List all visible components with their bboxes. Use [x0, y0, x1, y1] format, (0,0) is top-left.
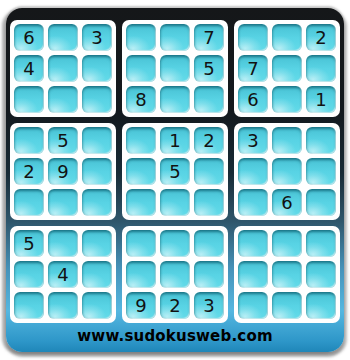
cell-r9c9[interactable] [306, 292, 336, 319]
cell-r5c5[interactable]: 5 [160, 158, 190, 185]
cell-r4c9[interactable] [306, 127, 336, 154]
cell-r7c9[interactable] [306, 230, 336, 257]
box-3: 2761 [234, 20, 340, 117]
cell-r6c1[interactable] [14, 189, 44, 216]
cell-r2c1[interactable]: 4 [14, 55, 44, 82]
cell-r8c1[interactable] [14, 261, 44, 288]
cell-r7c1[interactable]: 5 [14, 230, 44, 257]
board-frame: 63475827615291253654923 www.sudokusweb.c… [6, 8, 344, 352]
cell-r2c9[interactable] [306, 55, 336, 82]
cell-r5c3[interactable] [82, 158, 112, 185]
cell-r6c6[interactable] [194, 189, 224, 216]
cell-r5c9[interactable] [306, 158, 336, 185]
cell-r4c1[interactable] [14, 127, 44, 154]
cell-r1c5[interactable] [160, 24, 190, 51]
cell-r3c8[interactable] [272, 86, 302, 113]
cell-r1c6[interactable]: 7 [194, 24, 224, 51]
box-8: 923 [122, 226, 228, 323]
cell-r8c7[interactable] [238, 261, 268, 288]
cell-r8c2[interactable]: 4 [48, 261, 78, 288]
cell-r6c5[interactable] [160, 189, 190, 216]
cell-r8c3[interactable] [82, 261, 112, 288]
cell-r9c4[interactable]: 9 [126, 292, 156, 319]
cell-r6c3[interactable] [82, 189, 112, 216]
cell-r7c5[interactable] [160, 230, 190, 257]
cell-r9c2[interactable] [48, 292, 78, 319]
cell-r1c4[interactable] [126, 24, 156, 51]
cell-r4c3[interactable] [82, 127, 112, 154]
cell-r9c3[interactable] [82, 292, 112, 319]
cell-r7c7[interactable] [238, 230, 268, 257]
cell-r4c2[interactable]: 5 [48, 127, 78, 154]
cell-r1c8[interactable] [272, 24, 302, 51]
cell-r9c1[interactable] [14, 292, 44, 319]
cell-r5c8[interactable] [272, 158, 302, 185]
cell-r2c5[interactable] [160, 55, 190, 82]
box-5: 125 [122, 123, 228, 220]
cell-r3c7[interactable]: 6 [238, 86, 268, 113]
watermark-text: www.sudokusweb.com [6, 323, 344, 352]
cell-r7c3[interactable] [82, 230, 112, 257]
cell-r8c8[interactable] [272, 261, 302, 288]
box-2: 758 [122, 20, 228, 117]
cell-r9c5[interactable]: 2 [160, 292, 190, 319]
cell-r6c2[interactable] [48, 189, 78, 216]
cell-r4c7[interactable]: 3 [238, 127, 268, 154]
cell-r5c7[interactable] [238, 158, 268, 185]
cell-r7c6[interactable] [194, 230, 224, 257]
cell-r4c5[interactable]: 1 [160, 127, 190, 154]
cell-r2c4[interactable] [126, 55, 156, 82]
cell-r2c6[interactable]: 5 [194, 55, 224, 82]
cell-r5c2[interactable]: 9 [48, 158, 78, 185]
cell-r3c3[interactable] [82, 86, 112, 113]
cell-r9c6[interactable]: 3 [194, 292, 224, 319]
box-9 [234, 226, 340, 323]
cell-r9c8[interactable] [272, 292, 302, 319]
cell-r8c4[interactable] [126, 261, 156, 288]
cell-r1c2[interactable] [48, 24, 78, 51]
cell-r1c9[interactable]: 2 [306, 24, 336, 51]
box-6: 36 [234, 123, 340, 220]
cell-r1c7[interactable] [238, 24, 268, 51]
cell-r6c7[interactable] [238, 189, 268, 216]
cell-r5c6[interactable] [194, 158, 224, 185]
cell-r6c8[interactable]: 6 [272, 189, 302, 216]
cell-r4c6[interactable]: 2 [194, 127, 224, 154]
cell-r1c1[interactable]: 6 [14, 24, 44, 51]
cell-r8c5[interactable] [160, 261, 190, 288]
cell-r6c4[interactable] [126, 189, 156, 216]
cell-r3c9[interactable]: 1 [306, 86, 336, 113]
cell-r4c8[interactable] [272, 127, 302, 154]
cell-r2c2[interactable] [48, 55, 78, 82]
cell-r3c5[interactable] [160, 86, 190, 113]
cell-r9c7[interactable] [238, 292, 268, 319]
box-1: 634 [10, 20, 116, 117]
cell-r7c8[interactable] [272, 230, 302, 257]
cell-r5c4[interactable] [126, 158, 156, 185]
cell-r1c3[interactable]: 3 [82, 24, 112, 51]
cell-r2c7[interactable]: 7 [238, 55, 268, 82]
cell-r6c9[interactable] [306, 189, 336, 216]
cell-r4c4[interactable] [126, 127, 156, 154]
box-7: 54 [10, 226, 116, 323]
cell-r3c2[interactable] [48, 86, 78, 113]
sudoku-page: 63475827615291253654923 www.sudokusweb.c… [0, 0, 350, 360]
cell-r7c2[interactable] [48, 230, 78, 257]
box-4: 529 [10, 123, 116, 220]
cell-r3c4[interactable]: 8 [126, 86, 156, 113]
cell-r5c1[interactable]: 2 [14, 158, 44, 185]
cell-r2c8[interactable] [272, 55, 302, 82]
cell-r3c1[interactable] [14, 86, 44, 113]
cell-r8c6[interactable] [194, 261, 224, 288]
sudoku-board: 63475827615291253654923 [10, 20, 340, 323]
cell-r8c9[interactable] [306, 261, 336, 288]
cell-r3c6[interactable] [194, 86, 224, 113]
cell-r7c4[interactable] [126, 230, 156, 257]
cell-r2c3[interactable] [82, 55, 112, 82]
